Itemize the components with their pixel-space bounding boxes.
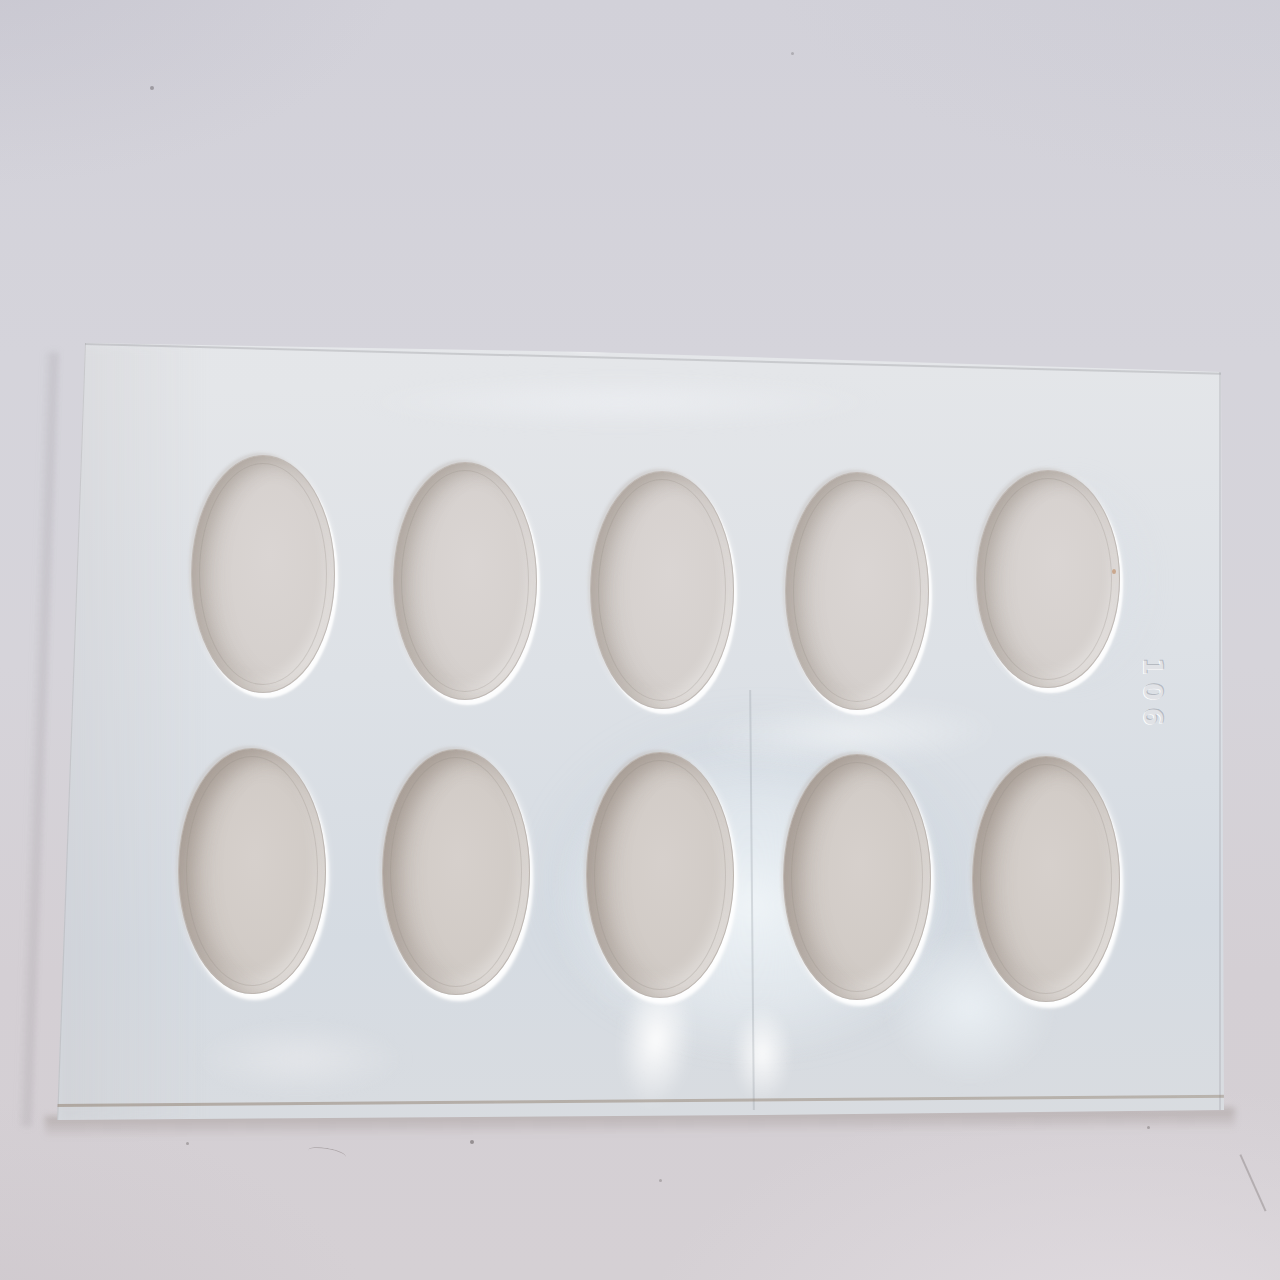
rust-speck [1112, 569, 1116, 574]
cavity-r2-c1 [159, 727, 357, 1025]
cavity-r1-c3 [555, 429, 753, 727]
cavity-r1-c2 [357, 429, 555, 727]
cavity-pit [191, 455, 335, 693]
cavity-r2-c5 [951, 727, 1149, 1025]
top-sheen-highlight [240, 366, 1000, 438]
embossed-mold-number: 106 [1123, 663, 1183, 727]
photo-stage: 106 [0, 0, 1280, 1280]
cavity-pit [972, 756, 1120, 1002]
cavity-pit [178, 748, 326, 994]
cavity-grid [159, 429, 1149, 1025]
cavity-r1-c1 [159, 429, 357, 727]
cavity-pit [590, 471, 734, 709]
cavity-pit [382, 749, 530, 995]
mold-number-text: 106 [1138, 657, 1168, 732]
cavity-pit [393, 462, 537, 700]
cavity-r2-c3 [555, 727, 753, 1025]
cavity-pit [976, 470, 1120, 688]
dust-speck [791, 52, 794, 55]
tray-right-edge [1219, 372, 1221, 1110]
cavity-r2-c2 [357, 727, 555, 1025]
cavity-r1-c5 [951, 429, 1149, 727]
dust-speck [1147, 1126, 1150, 1129]
cavity-r1-c4 [753, 429, 951, 727]
dust-speck [470, 1140, 474, 1144]
cavity-pit [785, 472, 929, 710]
dust-speck [659, 1179, 662, 1182]
dust-speck [186, 1142, 189, 1145]
cavity-pit [783, 754, 931, 1000]
cavity-pit [586, 752, 734, 998]
cavity-r2-c4 [753, 727, 951, 1025]
dust-speck [150, 86, 154, 90]
